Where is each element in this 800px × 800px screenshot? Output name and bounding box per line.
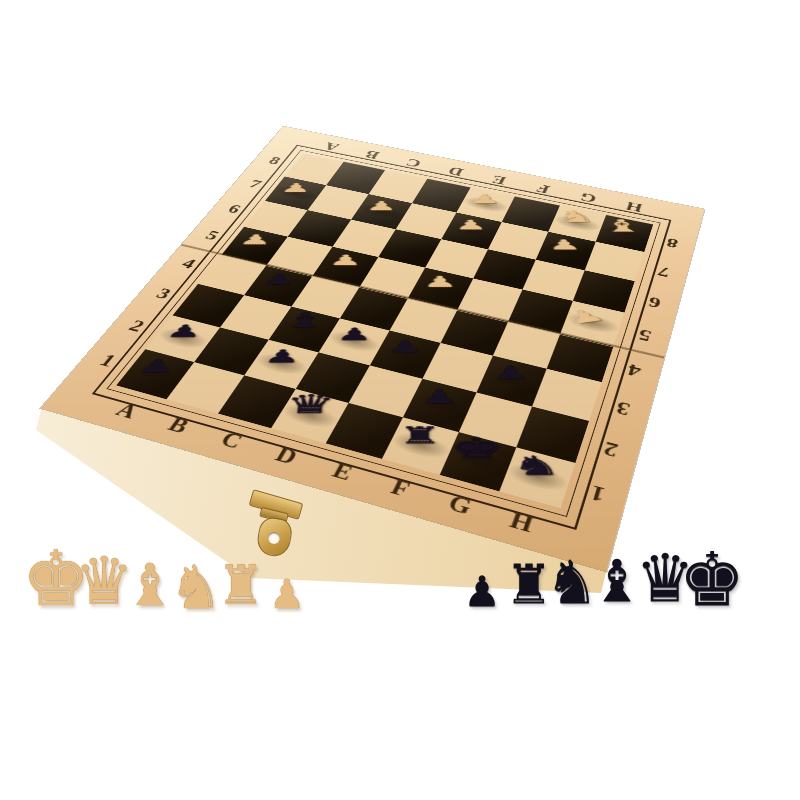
file-label-top-g: G [571, 188, 606, 206]
rank-label-right-4: 4 [613, 357, 655, 384]
black-pawn-glyph: ♟ [461, 364, 560, 382]
file-label-top-b: B [355, 146, 390, 163]
square-h4[interactable] [547, 334, 614, 383]
rank-label-right-1: 1 [574, 476, 621, 510]
piece-shadow [408, 389, 472, 421]
tray-white-pawn[interactable]: ♟ [263, 574, 311, 614]
square-h1[interactable] [499, 447, 575, 508]
white-pawn-glyph: ♟ [255, 182, 336, 194]
black-pawn-glyph: ♟ [389, 387, 490, 406]
black-pawn-glyph: ♟ [233, 347, 331, 365]
rank-label-right-5: 5 [625, 323, 665, 348]
file-label-bottom-h: H [497, 505, 547, 541]
white-pawn-glyph: ♟ [429, 218, 513, 231]
file-label-bottom-f: F [375, 472, 424, 506]
white-pawn-glyph: ♟ [302, 253, 389, 267]
square-e4[interactable] [390, 298, 458, 343]
black-pawn-glyph: ♟ [233, 271, 323, 286]
square-f2[interactable] [403, 379, 477, 432]
clasp-hole [268, 532, 280, 544]
black-queen-glyph: ♛ [259, 391, 362, 417]
square-h2[interactable] [516, 407, 589, 463]
square-b2[interactable] [194, 327, 269, 375]
piece-shadow [153, 324, 213, 352]
white-pawn-glyph: ♟ [340, 200, 422, 213]
piece-shadow [124, 359, 187, 389]
rank-label-right-2: 2 [588, 434, 633, 465]
file-label-bottom-b: B [154, 411, 203, 441]
square-e3[interactable] [370, 331, 441, 379]
piece-shadow [278, 399, 343, 432]
rank-label-right-8: 8 [654, 233, 690, 253]
white-pawn-glyph: ♟ [396, 274, 485, 289]
black-king-glyph: ♚ [424, 434, 531, 463]
black-pawn-glyph: ♟ [357, 338, 453, 355]
square-g4[interactable] [493, 321, 560, 368]
file-label-bottom-a: A [102, 397, 151, 426]
square-d3[interactable] [319, 318, 390, 365]
rank-label-left-2: 2 [114, 314, 159, 339]
rank-label-left-8: 8 [257, 152, 293, 169]
white-bishop-glyph: ♝ [579, 217, 666, 234]
square-g2[interactable] [459, 392, 532, 447]
rank-label-left-3: 3 [142, 283, 185, 306]
rank-label-left-1: 1 [84, 348, 130, 374]
square-d1[interactable] [271, 389, 349, 443]
piece-shadow [481, 365, 543, 396]
file-label-top-c: C [396, 154, 431, 171]
square-f3[interactable] [422, 343, 492, 393]
piece-shadow [324, 327, 384, 355]
square-b1[interactable] [166, 362, 244, 414]
square-e1[interactable] [326, 403, 403, 459]
square-g3[interactable] [477, 356, 547, 407]
square-f4[interactable] [441, 310, 509, 356]
piece-shadow [251, 349, 313, 379]
tray-black-king[interactable]: ♚ [668, 542, 757, 616]
file-label-top-a: A [315, 138, 350, 154]
rank-label-left-4: 4 [168, 253, 209, 274]
square-c2[interactable] [244, 340, 318, 389]
white-pawn-glyph: ♟ [212, 233, 299, 247]
file-label-top-d: D [438, 163, 473, 180]
black-pawn-glyph: ♟ [135, 323, 232, 340]
square-a1[interactable] [116, 349, 194, 399]
piece-shadow [388, 428, 454, 463]
white-pawn-glyph: ♟ [521, 238, 608, 252]
square-e2[interactable] [349, 365, 423, 417]
file-label-bottom-c: C [207, 425, 256, 456]
file-label-top-h: H [617, 197, 652, 216]
white-pawn-glyph: ♟ [535, 303, 635, 330]
rank-label-right-3: 3 [601, 394, 645, 423]
piece-shadow [375, 340, 436, 369]
square-h3[interactable] [532, 369, 602, 421]
black-bishop-glyph: ♝ [257, 309, 351, 330]
square-g1[interactable] [440, 432, 517, 491]
rank-label-right-7: 7 [645, 261, 682, 283]
piece-shadow [445, 443, 512, 479]
file-label-bottom-e: E [318, 456, 367, 489]
file-label-bottom-g: G [435, 488, 484, 523]
square-b3[interactable] [220, 295, 291, 340]
square-d2[interactable] [296, 352, 370, 403]
file-label-bottom-d: D [261, 440, 310, 472]
white-pawn-glyph: ♟ [444, 193, 526, 206]
file-label-top-f: F [526, 180, 561, 198]
black-rook-glyph: ♜ [368, 424, 473, 447]
piece-shadow [504, 459, 572, 496]
black-pawn-glyph: ♟ [307, 326, 401, 343]
piece-shadow [275, 315, 334, 343]
file-label-top-e: E [482, 171, 517, 189]
square-c1[interactable] [218, 375, 296, 428]
black-pawn-glyph: ♟ [106, 357, 207, 375]
rank-label-right-6: 6 [635, 291, 674, 314]
square-f1[interactable] [382, 417, 459, 475]
rank-label-left-6: 6 [215, 200, 253, 219]
black-knight-glyph: ♞ [482, 452, 591, 479]
